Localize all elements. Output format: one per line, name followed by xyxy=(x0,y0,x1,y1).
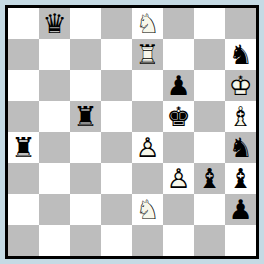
piece-black-rook: ♜ xyxy=(8,132,39,163)
square-d6[interactable] xyxy=(101,70,132,101)
square-a5[interactable] xyxy=(8,101,39,132)
piece-glyph: ♚ xyxy=(163,100,194,131)
piece-black-king: ♚ xyxy=(163,101,194,132)
square-f1[interactable] xyxy=(163,225,194,256)
square-c5[interactable]: ♜ xyxy=(70,101,101,132)
square-d8[interactable] xyxy=(101,8,132,39)
square-g1[interactable] xyxy=(194,225,225,256)
square-b4[interactable] xyxy=(39,132,70,163)
piece-glyph: ♗ xyxy=(225,100,256,131)
piece-glyph: ♟ xyxy=(163,69,194,100)
piece-white-pawn: ♟♙ xyxy=(163,163,194,194)
square-b5[interactable] xyxy=(39,101,70,132)
square-a4[interactable]: ♜ xyxy=(8,132,39,163)
square-d3[interactable] xyxy=(101,163,132,194)
piece-glyph: ♘ xyxy=(132,193,163,224)
piece-glyph: ♙ xyxy=(132,131,163,162)
square-f7[interactable] xyxy=(163,39,194,70)
square-e7[interactable]: ♜♖ xyxy=(132,39,163,70)
piece-glyph: ♖ xyxy=(132,38,163,69)
square-b2[interactable] xyxy=(39,194,70,225)
square-a7[interactable] xyxy=(8,39,39,70)
square-c7[interactable] xyxy=(70,39,101,70)
piece-black-rook: ♜ xyxy=(70,101,101,132)
square-d2[interactable] xyxy=(101,194,132,225)
piece-white-king: ♚♔ xyxy=(225,70,256,101)
square-d1[interactable] xyxy=(101,225,132,256)
piece-black-bishop: ♝ xyxy=(194,163,225,194)
square-c4[interactable] xyxy=(70,132,101,163)
piece-white-pawn: ♟♙ xyxy=(132,132,163,163)
square-b6[interactable] xyxy=(39,70,70,101)
square-h2[interactable]: ♟ xyxy=(225,194,256,225)
square-c6[interactable] xyxy=(70,70,101,101)
square-e6[interactable] xyxy=(132,70,163,101)
square-b1[interactable] xyxy=(39,225,70,256)
square-a8[interactable] xyxy=(8,8,39,39)
square-g6[interactable] xyxy=(194,70,225,101)
piece-glyph: ♙ xyxy=(163,162,194,193)
square-h4[interactable]: ♞ xyxy=(225,132,256,163)
square-g7[interactable] xyxy=(194,39,225,70)
piece-glyph: ♞ xyxy=(225,38,256,69)
piece-glyph: ♜ xyxy=(70,100,101,131)
piece-white-rook: ♜♖ xyxy=(132,39,163,70)
piece-black-pawn: ♟ xyxy=(225,194,256,225)
piece-white-knight: ♞♘ xyxy=(132,8,163,39)
chess-board[interactable]: ♛♞♘♜♖♞♟♚♔♜♚♝♗♜♟♙♞♟♙♝♝♞♘♟ xyxy=(8,8,256,256)
square-h3[interactable]: ♝ xyxy=(225,163,256,194)
piece-glyph: ♟ xyxy=(225,193,256,224)
square-h8[interactable] xyxy=(225,8,256,39)
square-e3[interactable] xyxy=(132,163,163,194)
square-a1[interactable] xyxy=(8,225,39,256)
board-outer-margin: ♛♞♘♜♖♞♟♚♔♜♚♝♗♜♟♙♞♟♙♝♝♞♘♟ xyxy=(0,0,264,264)
square-f3[interactable]: ♟♙ xyxy=(163,163,194,194)
square-d4[interactable] xyxy=(101,132,132,163)
square-c3[interactable] xyxy=(70,163,101,194)
square-b3[interactable] xyxy=(39,163,70,194)
square-g5[interactable] xyxy=(194,101,225,132)
piece-white-knight: ♞♘ xyxy=(132,194,163,225)
piece-black-bishop: ♝ xyxy=(225,163,256,194)
square-h7[interactable]: ♞ xyxy=(225,39,256,70)
square-a2[interactable] xyxy=(8,194,39,225)
square-e8[interactable]: ♞♘ xyxy=(132,8,163,39)
piece-glyph: ♝ xyxy=(194,162,225,193)
piece-glyph: ♘ xyxy=(132,7,163,38)
square-f8[interactable] xyxy=(163,8,194,39)
piece-glyph: ♔ xyxy=(225,69,256,100)
square-f6[interactable]: ♟ xyxy=(163,70,194,101)
square-e2[interactable]: ♞♘ xyxy=(132,194,163,225)
square-e1[interactable] xyxy=(132,225,163,256)
piece-black-knight: ♞ xyxy=(225,39,256,70)
square-b7[interactable] xyxy=(39,39,70,70)
square-g2[interactable] xyxy=(194,194,225,225)
square-g8[interactable] xyxy=(194,8,225,39)
square-d5[interactable] xyxy=(101,101,132,132)
board-border: ♛♞♘♜♖♞♟♚♔♜♚♝♗♜♟♙♞♟♙♝♝♞♘♟ xyxy=(5,5,259,259)
square-d7[interactable] xyxy=(101,39,132,70)
square-e4[interactable]: ♟♙ xyxy=(132,132,163,163)
square-h1[interactable] xyxy=(225,225,256,256)
square-b8[interactable]: ♛ xyxy=(39,8,70,39)
piece-black-queen: ♛ xyxy=(39,8,70,39)
square-c8[interactable] xyxy=(70,8,101,39)
piece-glyph: ♞ xyxy=(225,131,256,162)
piece-white-bishop: ♝♗ xyxy=(225,101,256,132)
square-f5[interactable]: ♚ xyxy=(163,101,194,132)
square-f4[interactable] xyxy=(163,132,194,163)
piece-black-pawn: ♟ xyxy=(163,70,194,101)
square-h5[interactable]: ♝♗ xyxy=(225,101,256,132)
piece-glyph: ♝ xyxy=(225,162,256,193)
square-g3[interactable]: ♝ xyxy=(194,163,225,194)
square-f2[interactable] xyxy=(163,194,194,225)
piece-glyph: ♛ xyxy=(39,7,70,38)
square-a3[interactable] xyxy=(8,163,39,194)
piece-glyph: ♜ xyxy=(8,131,39,162)
square-c2[interactable] xyxy=(70,194,101,225)
square-e5[interactable] xyxy=(132,101,163,132)
square-c1[interactable] xyxy=(70,225,101,256)
piece-black-knight: ♞ xyxy=(225,132,256,163)
square-h6[interactable]: ♚♔ xyxy=(225,70,256,101)
square-g4[interactable] xyxy=(194,132,225,163)
square-a6[interactable] xyxy=(8,70,39,101)
